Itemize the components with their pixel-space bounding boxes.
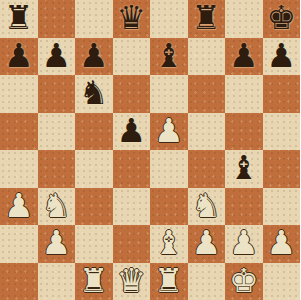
piece-black-pawn: ♟ <box>229 37 259 75</box>
chess-board: ♜♛♜♚♟♟♟♝♟♟♞♟♟♝♟♞♞♟♝♟♟♟♜♛♜♚ <box>0 0 300 300</box>
square-g3[interactable] <box>225 188 263 226</box>
square-c2[interactable] <box>75 225 113 263</box>
piece-black-queen: ♛ <box>116 0 146 37</box>
piece-white-pawn: ♟ <box>41 224 71 262</box>
piece-white-knight: ♞ <box>191 187 221 225</box>
piece-black-pawn: ♟ <box>116 112 146 150</box>
piece-black-pawn: ♟ <box>266 37 296 75</box>
square-c1[interactable]: ♜ <box>75 263 113 300</box>
square-b5[interactable] <box>38 113 76 151</box>
square-a8[interactable]: ♜ <box>0 0 38 38</box>
square-a5[interactable] <box>0 113 38 151</box>
square-a6[interactable] <box>0 75 38 113</box>
square-c3[interactable] <box>75 188 113 226</box>
piece-black-rook: ♜ <box>191 0 221 37</box>
square-b2[interactable]: ♟ <box>38 225 76 263</box>
square-d3[interactable] <box>113 188 151 226</box>
square-f2[interactable]: ♟ <box>188 225 226 263</box>
square-c6[interactable]: ♞ <box>75 75 113 113</box>
square-g5[interactable] <box>225 113 263 151</box>
square-h1[interactable] <box>263 263 301 300</box>
square-d8[interactable]: ♛ <box>113 0 151 38</box>
square-d4[interactable] <box>113 150 151 188</box>
piece-white-pawn: ♟ <box>229 224 259 262</box>
square-d5[interactable]: ♟ <box>113 113 151 151</box>
square-b4[interactable] <box>38 150 76 188</box>
piece-black-king: ♚ <box>266 0 296 37</box>
square-d2[interactable] <box>113 225 151 263</box>
square-h4[interactable] <box>263 150 301 188</box>
square-c8[interactable] <box>75 0 113 38</box>
square-e5[interactable]: ♟ <box>150 113 188 151</box>
square-c4[interactable] <box>75 150 113 188</box>
square-g8[interactable] <box>225 0 263 38</box>
square-h7[interactable]: ♟ <box>263 38 301 76</box>
square-h5[interactable] <box>263 113 301 151</box>
square-e1[interactable]: ♜ <box>150 263 188 300</box>
piece-black-knight: ♞ <box>79 74 109 112</box>
piece-white-pawn: ♟ <box>191 224 221 262</box>
square-h8[interactable]: ♚ <box>263 0 301 38</box>
square-e7[interactable]: ♝ <box>150 38 188 76</box>
piece-black-rook: ♜ <box>4 0 34 37</box>
square-b6[interactable] <box>38 75 76 113</box>
square-d7[interactable] <box>113 38 151 76</box>
square-c5[interactable] <box>75 113 113 151</box>
piece-black-bishop: ♝ <box>229 149 259 187</box>
square-a3[interactable]: ♟ <box>0 188 38 226</box>
square-d6[interactable] <box>113 75 151 113</box>
piece-white-rook: ♜ <box>154 262 184 300</box>
piece-white-pawn: ♟ <box>4 187 34 225</box>
square-a7[interactable]: ♟ <box>0 38 38 76</box>
square-a4[interactable] <box>0 150 38 188</box>
piece-white-knight: ♞ <box>41 187 71 225</box>
piece-white-pawn: ♟ <box>266 224 296 262</box>
piece-white-pawn: ♟ <box>154 112 184 150</box>
piece-white-rook: ♜ <box>79 262 109 300</box>
square-f4[interactable] <box>188 150 226 188</box>
square-f7[interactable] <box>188 38 226 76</box>
square-f3[interactable]: ♞ <box>188 188 226 226</box>
piece-white-king: ♚ <box>229 262 259 300</box>
square-b1[interactable] <box>38 263 76 300</box>
square-f1[interactable] <box>188 263 226 300</box>
square-c7[interactable]: ♟ <box>75 38 113 76</box>
square-e4[interactable] <box>150 150 188 188</box>
piece-white-queen: ♛ <box>116 262 146 300</box>
square-b7[interactable]: ♟ <box>38 38 76 76</box>
square-g4[interactable]: ♝ <box>225 150 263 188</box>
square-f5[interactable] <box>188 113 226 151</box>
square-g7[interactable]: ♟ <box>225 38 263 76</box>
square-e8[interactable] <box>150 0 188 38</box>
piece-black-pawn: ♟ <box>41 37 71 75</box>
square-h3[interactable] <box>263 188 301 226</box>
square-g1[interactable]: ♚ <box>225 263 263 300</box>
square-f8[interactable]: ♜ <box>188 0 226 38</box>
square-e6[interactable] <box>150 75 188 113</box>
square-a2[interactable] <box>0 225 38 263</box>
piece-white-bishop: ♝ <box>154 224 184 262</box>
square-b3[interactable]: ♞ <box>38 188 76 226</box>
square-a1[interactable] <box>0 263 38 300</box>
square-b8[interactable] <box>38 0 76 38</box>
piece-black-bishop: ♝ <box>154 37 184 75</box>
square-d1[interactable]: ♛ <box>113 263 151 300</box>
piece-black-pawn: ♟ <box>4 37 34 75</box>
square-g6[interactable] <box>225 75 263 113</box>
square-e2[interactable]: ♝ <box>150 225 188 263</box>
square-g2[interactable]: ♟ <box>225 225 263 263</box>
square-f6[interactable] <box>188 75 226 113</box>
square-e3[interactable] <box>150 188 188 226</box>
piece-black-pawn: ♟ <box>79 37 109 75</box>
square-h2[interactable]: ♟ <box>263 225 301 263</box>
square-h6[interactable] <box>263 75 301 113</box>
